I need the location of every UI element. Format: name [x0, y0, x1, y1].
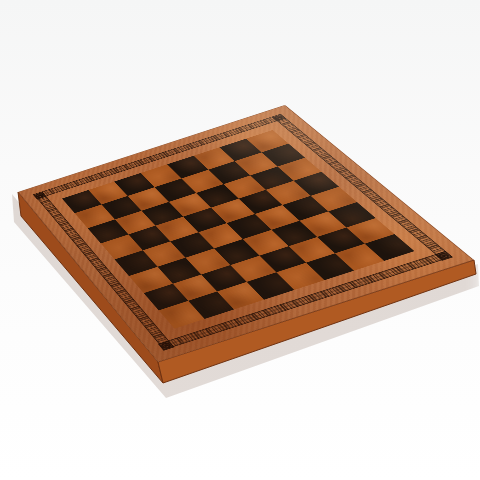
product-photo-stage [0, 0, 480, 480]
